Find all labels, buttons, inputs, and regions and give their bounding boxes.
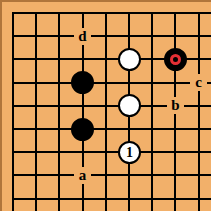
grid-line-horizontal [12,198,211,200]
point-label-c: c [190,74,207,91]
black-stone [71,118,94,141]
go-board: dcba1 [0,0,211,211]
white-stone [118,94,141,117]
grid-line-vertical [58,12,60,211]
grid-line-horizontal [12,82,211,84]
go-corner-diagram: dcba1 [0,0,211,211]
grid-line-vertical [35,12,37,211]
point-label-a: a [74,167,91,184]
grid-line-vertical [12,12,14,211]
grid-line-horizontal [12,151,211,153]
board-frame-top-edge [0,0,211,2]
grid-line-horizontal [12,128,211,130]
grid-line-horizontal [12,174,211,176]
grid-line-horizontal [12,12,211,14]
marked-black-stone [164,48,187,71]
board-frame-left-edge [0,0,2,211]
point-label-b: b [167,97,184,114]
white-stone [118,48,141,71]
grid-line-vertical [105,12,107,211]
grid-line-vertical [151,12,153,211]
grid-line-vertical [198,12,200,211]
black-stone [71,71,94,94]
numbered-white-stone: 1 [118,141,141,164]
red-circle-marker-icon [170,54,181,65]
grid-line-horizontal [12,35,211,37]
point-label-d: d [74,28,91,45]
move-number: 1 [126,146,133,160]
